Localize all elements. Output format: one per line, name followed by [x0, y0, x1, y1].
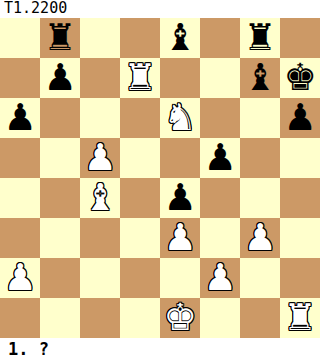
- black-rook[interactable]: ♜: [43, 18, 76, 58]
- square-d8[interactable]: [120, 18, 160, 58]
- black-pawn[interactable]: ♟: [163, 178, 196, 218]
- square-c1[interactable]: [80, 298, 120, 338]
- white-pawn[interactable]: ♟: [203, 258, 236, 298]
- square-c3[interactable]: [80, 218, 120, 258]
- square-c4[interactable]: ♝: [80, 178, 120, 218]
- square-d7[interactable]: ♜: [120, 58, 160, 98]
- chess-puzzle-app: T1.2200 ♜♝♜♟♜♝♚♟♞♟♟♟♝♟♟♟♟♟♚♜ 1. ?: [0, 0, 320, 360]
- square-e5[interactable]: [160, 138, 200, 178]
- square-a7[interactable]: [0, 58, 40, 98]
- square-h5[interactable]: [280, 138, 320, 178]
- square-h1[interactable]: ♜: [280, 298, 320, 338]
- square-f5[interactable]: ♟: [200, 138, 240, 178]
- square-f3[interactable]: [200, 218, 240, 258]
- black-pawn[interactable]: ♟: [203, 138, 236, 178]
- square-b2[interactable]: [40, 258, 80, 298]
- square-h6[interactable]: ♟: [280, 98, 320, 138]
- square-d5[interactable]: [120, 138, 160, 178]
- square-e3[interactable]: ♟: [160, 218, 200, 258]
- white-rook[interactable]: ♜: [283, 298, 316, 338]
- square-b6[interactable]: [40, 98, 80, 138]
- square-h8[interactable]: [280, 18, 320, 58]
- square-b4[interactable]: [40, 178, 80, 218]
- black-pawn[interactable]: ♟: [283, 98, 316, 138]
- square-h7[interactable]: ♚: [280, 58, 320, 98]
- square-a2[interactable]: ♟: [0, 258, 40, 298]
- square-d3[interactable]: [120, 218, 160, 258]
- square-d4[interactable]: [120, 178, 160, 218]
- square-c2[interactable]: [80, 258, 120, 298]
- black-bishop[interactable]: ♝: [163, 18, 196, 58]
- square-b3[interactable]: [40, 218, 80, 258]
- square-b7[interactable]: ♟: [40, 58, 80, 98]
- square-h4[interactable]: [280, 178, 320, 218]
- square-f7[interactable]: [200, 58, 240, 98]
- square-d6[interactable]: [120, 98, 160, 138]
- square-g1[interactable]: [240, 298, 280, 338]
- white-pawn[interactable]: ♟: [163, 218, 196, 258]
- white-knight[interactable]: ♞: [163, 98, 196, 138]
- square-g7[interactable]: ♝: [240, 58, 280, 98]
- square-b5[interactable]: [40, 138, 80, 178]
- square-a6[interactable]: ♟: [0, 98, 40, 138]
- square-f4[interactable]: [200, 178, 240, 218]
- square-e1[interactable]: ♚: [160, 298, 200, 338]
- move-prompt: 1. ?: [0, 338, 320, 360]
- square-h2[interactable]: [280, 258, 320, 298]
- black-bishop[interactable]: ♝: [243, 58, 276, 98]
- square-a8[interactable]: [0, 18, 40, 58]
- square-e4[interactable]: ♟: [160, 178, 200, 218]
- square-e6[interactable]: ♞: [160, 98, 200, 138]
- square-b1[interactable]: [40, 298, 80, 338]
- black-king[interactable]: ♚: [283, 58, 316, 98]
- square-f2[interactable]: ♟: [200, 258, 240, 298]
- square-f8[interactable]: [200, 18, 240, 58]
- white-king[interactable]: ♚: [163, 298, 196, 338]
- square-c6[interactable]: [80, 98, 120, 138]
- square-d2[interactable]: [120, 258, 160, 298]
- square-h3[interactable]: [280, 218, 320, 258]
- black-pawn[interactable]: ♟: [43, 58, 76, 98]
- square-g2[interactable]: [240, 258, 280, 298]
- square-a3[interactable]: [0, 218, 40, 258]
- white-rook[interactable]: ♜: [123, 58, 156, 98]
- white-pawn[interactable]: ♟: [83, 138, 116, 178]
- white-pawn[interactable]: ♟: [3, 258, 36, 298]
- square-g4[interactable]: [240, 178, 280, 218]
- white-bishop[interactable]: ♝: [83, 178, 116, 218]
- square-e2[interactable]: [160, 258, 200, 298]
- square-g8[interactable]: ♜: [240, 18, 280, 58]
- square-a4[interactable]: [0, 178, 40, 218]
- square-c5[interactable]: ♟: [80, 138, 120, 178]
- white-pawn[interactable]: ♟: [243, 218, 276, 258]
- black-pawn[interactable]: ♟: [3, 98, 36, 138]
- square-c7[interactable]: [80, 58, 120, 98]
- square-g6[interactable]: [240, 98, 280, 138]
- square-e8[interactable]: ♝: [160, 18, 200, 58]
- black-rook[interactable]: ♜: [243, 18, 276, 58]
- puzzle-title: T1.2200: [0, 0, 320, 18]
- square-e7[interactable]: [160, 58, 200, 98]
- square-f6[interactable]: [200, 98, 240, 138]
- board: ♜♝♜♟♜♝♚♟♞♟♟♟♝♟♟♟♟♟♚♜: [0, 18, 320, 338]
- square-f1[interactable]: [200, 298, 240, 338]
- square-d1[interactable]: [120, 298, 160, 338]
- square-b8[interactable]: ♜: [40, 18, 80, 58]
- square-a5[interactable]: [0, 138, 40, 178]
- square-g5[interactable]: [240, 138, 280, 178]
- square-g3[interactable]: ♟: [240, 218, 280, 258]
- square-c8[interactable]: [80, 18, 120, 58]
- square-a1[interactable]: [0, 298, 40, 338]
